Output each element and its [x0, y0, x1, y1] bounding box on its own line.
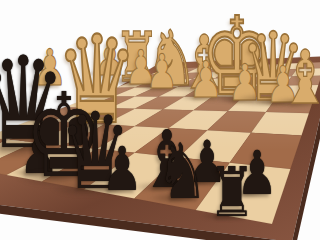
product-photo-scene: ♟♜♟♞♟♟♝♚♟♟♛♟♝♛♛♟♚♟♝♛♟♟♞♜	[0, 0, 320, 240]
piece-black-rook[interactable]: ♜	[209, 166, 256, 220]
piece-black-pawn[interactable]: ♟	[101, 147, 142, 194]
pieces-layer: ♟♜♟♞♟♟♝♚♟♟♛♟♝♛♛♟♚♟♝♛♟♟♞♜	[0, 0, 320, 240]
piece-black-knight[interactable]: ♞	[156, 142, 208, 202]
piece-natural-bishop[interactable]: ♝	[280, 49, 320, 107]
piece-natural-pawn[interactable]: ♟	[146, 54, 178, 91]
piece-natural-pawn[interactable]: ♟	[189, 62, 223, 101]
